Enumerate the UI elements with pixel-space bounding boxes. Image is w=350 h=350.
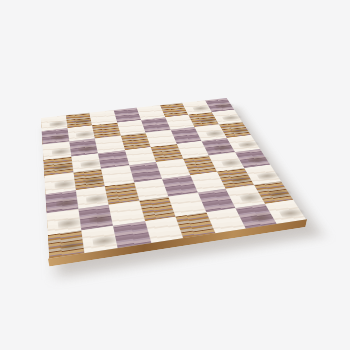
pawn-glyph: ♟: [229, 191, 284, 220]
chess-board: ♜♟♟♜♞♟♟♞♝♟♟♝♛♟♟♛♚♟♟♚♝♟♟♝♞♟♟♞♜♟♟♜: [41, 98, 306, 258]
square-f5: [134, 179, 169, 201]
rook-glyph: ♜: [36, 199, 95, 248]
square-d4: [151, 144, 183, 162]
chess-set-photo: ♜♟♟♜♞♟♟♞♝♟♟♝♛♟♟♛♚♟♟♚♝♟♟♝♞♟♟♞♜♟♟♜: [0, 0, 350, 350]
